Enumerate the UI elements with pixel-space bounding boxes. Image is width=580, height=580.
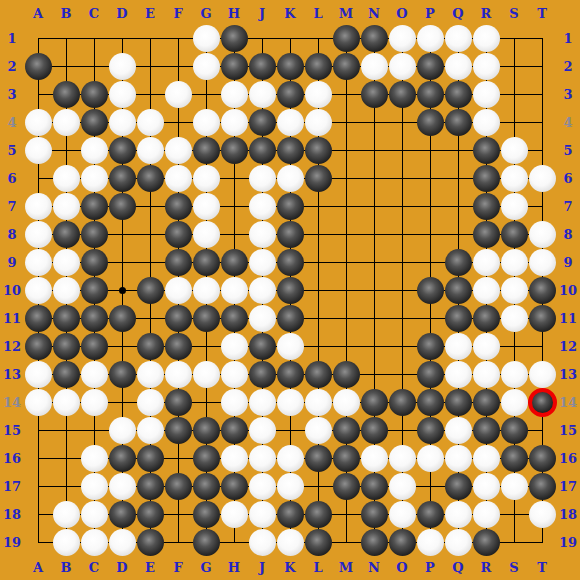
stone-black[interactable] — [53, 221, 80, 248]
stone-black[interactable] — [53, 333, 80, 360]
stone-black[interactable] — [165, 389, 192, 416]
stone-white[interactable] — [529, 361, 556, 388]
row-label-right: 5 — [563, 143, 572, 158]
column-label-bottom: N — [368, 560, 380, 575]
stone-white[interactable] — [193, 53, 220, 80]
stone-black[interactable] — [81, 277, 108, 304]
stone-black[interactable] — [193, 501, 220, 528]
stone-black[interactable] — [81, 305, 108, 332]
stone-black[interactable] — [473, 529, 500, 556]
stone-black[interactable] — [529, 473, 556, 500]
column-label-bottom: M — [339, 560, 353, 575]
stone-white[interactable] — [249, 193, 276, 220]
stone-black[interactable] — [249, 109, 276, 136]
stone-white[interactable] — [53, 389, 80, 416]
column-label-top: E — [145, 6, 155, 21]
stone-black[interactable] — [305, 529, 332, 556]
stone-white[interactable] — [25, 389, 52, 416]
stone-black[interactable] — [529, 305, 556, 332]
stone-black[interactable] — [501, 221, 528, 248]
row-label-left: 2 — [7, 59, 16, 74]
column-label-top: T — [537, 6, 547, 21]
stone-white[interactable] — [53, 529, 80, 556]
stone-black[interactable] — [193, 445, 220, 472]
stone-white[interactable] — [417, 445, 444, 472]
stone-black[interactable] — [501, 445, 528, 472]
row-label-right: 15 — [559, 423, 577, 438]
column-label-bottom: T — [537, 560, 547, 575]
stone-black[interactable] — [529, 445, 556, 472]
column-label-bottom: F — [173, 560, 182, 575]
stone-white[interactable] — [53, 277, 80, 304]
stone-white[interactable] — [137, 417, 164, 444]
column-label-top: K — [284, 6, 295, 21]
stone-black-last-move[interactable] — [528, 388, 557, 417]
stone-white[interactable] — [81, 473, 108, 500]
stone-white[interactable] — [53, 249, 80, 276]
row-label-left: 6 — [7, 171, 16, 186]
stone-black[interactable] — [473, 137, 500, 164]
stone-black[interactable] — [333, 25, 360, 52]
stone-black[interactable] — [249, 137, 276, 164]
stone-black[interactable] — [137, 445, 164, 472]
stone-white[interactable] — [361, 53, 388, 80]
stone-white[interactable] — [193, 221, 220, 248]
stone-black[interactable] — [333, 53, 360, 80]
stone-white[interactable] — [501, 165, 528, 192]
stone-black[interactable] — [445, 81, 472, 108]
stone-white[interactable] — [529, 221, 556, 248]
stone-white[interactable] — [473, 249, 500, 276]
stone-white[interactable] — [501, 193, 528, 220]
stone-white[interactable] — [249, 81, 276, 108]
stone-black[interactable] — [165, 249, 192, 276]
row-label-right: 13 — [559, 367, 577, 382]
stone-white[interactable] — [249, 389, 276, 416]
row-label-right: 2 — [563, 59, 572, 74]
stone-white[interactable] — [305, 417, 332, 444]
stone-white[interactable] — [277, 445, 304, 472]
stone-black[interactable] — [417, 277, 444, 304]
stone-black[interactable] — [165, 333, 192, 360]
stone-black[interactable] — [25, 305, 52, 332]
stone-white[interactable] — [473, 53, 500, 80]
stone-white[interactable] — [473, 333, 500, 360]
stone-white[interactable] — [109, 529, 136, 556]
column-label-bottom: D — [116, 560, 127, 575]
go-board[interactable]: AABBCCDDEEFFGGHHJJKKLLMMNNOOPPQQRRSSTT11… — [0, 0, 580, 580]
stone-black[interactable] — [109, 501, 136, 528]
column-label-bottom: Q — [452, 560, 463, 575]
stone-black[interactable] — [109, 165, 136, 192]
stone-white[interactable] — [473, 501, 500, 528]
stone-white[interactable] — [109, 53, 136, 80]
stone-black[interactable] — [81, 193, 108, 220]
stone-white[interactable] — [221, 81, 248, 108]
row-label-right: 1 — [563, 31, 572, 46]
stone-white[interactable] — [137, 389, 164, 416]
stone-black[interactable] — [473, 389, 500, 416]
stone-black[interactable] — [137, 473, 164, 500]
stone-white[interactable] — [249, 221, 276, 248]
stone-white[interactable] — [305, 81, 332, 108]
column-label-bottom: P — [425, 560, 435, 575]
stone-black[interactable] — [473, 305, 500, 332]
stone-black[interactable] — [473, 221, 500, 248]
stone-black[interactable] — [221, 249, 248, 276]
stone-white[interactable] — [109, 81, 136, 108]
stone-white[interactable] — [193, 165, 220, 192]
stone-white[interactable] — [221, 389, 248, 416]
stone-black[interactable] — [417, 81, 444, 108]
stone-white[interactable] — [249, 529, 276, 556]
stone-black[interactable] — [361, 389, 388, 416]
row-label-right: 18 — [559, 507, 577, 522]
stone-white[interactable] — [53, 109, 80, 136]
stone-white[interactable] — [81, 445, 108, 472]
stone-white[interactable] — [501, 473, 528, 500]
stone-black[interactable] — [333, 417, 360, 444]
stone-black[interactable] — [165, 417, 192, 444]
column-label-bottom: C — [89, 560, 99, 575]
stone-black[interactable] — [305, 165, 332, 192]
stone-black[interactable] — [221, 305, 248, 332]
stone-black[interactable] — [361, 25, 388, 52]
stone-white[interactable] — [137, 361, 164, 388]
stone-white[interactable] — [221, 501, 248, 528]
stone-white[interactable] — [221, 445, 248, 472]
stone-white[interactable] — [305, 389, 332, 416]
stone-black[interactable] — [81, 333, 108, 360]
stone-black[interactable] — [165, 305, 192, 332]
stone-white[interactable] — [165, 81, 192, 108]
stone-black[interactable] — [81, 249, 108, 276]
stone-white[interactable] — [25, 137, 52, 164]
stone-white[interactable] — [529, 501, 556, 528]
stone-black[interactable] — [109, 361, 136, 388]
row-label-left: 1 — [7, 31, 16, 46]
stone-white[interactable] — [361, 445, 388, 472]
column-label-bottom: H — [228, 560, 240, 575]
stone-white[interactable] — [81, 165, 108, 192]
stone-black[interactable] — [445, 389, 472, 416]
stone-white[interactable] — [53, 193, 80, 220]
column-label-top: B — [61, 6, 72, 21]
stone-black[interactable] — [501, 417, 528, 444]
stone-white[interactable] — [445, 501, 472, 528]
stone-black[interactable] — [277, 81, 304, 108]
stone-black[interactable] — [109, 137, 136, 164]
stone-white[interactable] — [249, 501, 276, 528]
stone-black[interactable] — [53, 305, 80, 332]
stone-white[interactable] — [277, 165, 304, 192]
row-label-left: 10 — [3, 283, 21, 298]
row-label-left: 13 — [3, 367, 21, 382]
stone-white[interactable] — [473, 361, 500, 388]
stone-white[interactable] — [81, 137, 108, 164]
stone-white[interactable] — [137, 137, 164, 164]
stone-white[interactable] — [25, 249, 52, 276]
row-label-left: 3 — [7, 87, 16, 102]
row-label-left: 5 — [7, 143, 16, 158]
stone-black[interactable] — [361, 81, 388, 108]
stone-white[interactable] — [445, 417, 472, 444]
stone-white[interactable] — [473, 109, 500, 136]
stone-white[interactable] — [221, 109, 248, 136]
stone-black[interactable] — [389, 81, 416, 108]
stone-white[interactable] — [249, 445, 276, 472]
stone-black[interactable] — [305, 445, 332, 472]
stone-black[interactable] — [53, 361, 80, 388]
stone-white[interactable] — [249, 305, 276, 332]
stone-white[interactable] — [81, 361, 108, 388]
stone-black[interactable] — [473, 165, 500, 192]
stone-white[interactable] — [249, 165, 276, 192]
stone-white[interactable] — [389, 25, 416, 52]
stone-white[interactable] — [193, 361, 220, 388]
row-label-right: 6 — [563, 171, 572, 186]
stone-white[interactable] — [277, 109, 304, 136]
stone-white[interactable] — [473, 277, 500, 304]
stone-black[interactable] — [193, 473, 220, 500]
stone-white[interactable] — [109, 109, 136, 136]
stone-black[interactable] — [305, 501, 332, 528]
stone-black[interactable] — [529, 277, 556, 304]
stone-white[interactable] — [333, 389, 360, 416]
stone-black[interactable] — [81, 221, 108, 248]
column-label-top: M — [339, 6, 353, 21]
stone-black[interactable] — [249, 361, 276, 388]
row-label-right: 8 — [563, 227, 572, 242]
stone-white[interactable] — [53, 501, 80, 528]
stone-black[interactable] — [417, 333, 444, 360]
stone-white[interactable] — [501, 277, 528, 304]
stone-white[interactable] — [249, 473, 276, 500]
stone-black[interactable] — [277, 193, 304, 220]
stone-white[interactable] — [221, 277, 248, 304]
stone-black[interactable] — [137, 333, 164, 360]
stone-white[interactable] — [25, 193, 52, 220]
stone-white[interactable] — [165, 137, 192, 164]
stone-white[interactable] — [529, 249, 556, 276]
stone-white[interactable] — [137, 109, 164, 136]
stone-black[interactable] — [109, 305, 136, 332]
column-label-top: Q — [452, 6, 463, 21]
stone-black[interactable] — [277, 361, 304, 388]
row-label-right: 4 — [563, 115, 572, 130]
stone-white[interactable] — [389, 445, 416, 472]
stone-black[interactable] — [333, 445, 360, 472]
stone-black[interactable] — [305, 53, 332, 80]
row-label-right: 17 — [559, 479, 577, 494]
stone-white[interactable] — [109, 473, 136, 500]
stone-white[interactable] — [445, 529, 472, 556]
stone-white[interactable] — [165, 361, 192, 388]
stone-white[interactable] — [389, 501, 416, 528]
stone-black[interactable] — [137, 277, 164, 304]
row-label-left: 16 — [3, 451, 21, 466]
stone-white[interactable] — [277, 389, 304, 416]
column-label-top: C — [89, 6, 99, 21]
stone-white[interactable] — [249, 417, 276, 444]
stone-white[interactable] — [25, 277, 52, 304]
stone-white[interactable] — [25, 109, 52, 136]
row-label-right: 19 — [559, 535, 577, 550]
stone-black[interactable] — [417, 53, 444, 80]
stone-white[interactable] — [445, 25, 472, 52]
stone-black[interactable] — [417, 501, 444, 528]
stone-white[interactable] — [221, 361, 248, 388]
row-label-left: 15 — [3, 423, 21, 438]
stone-white[interactable] — [445, 445, 472, 472]
stone-white[interactable] — [81, 389, 108, 416]
row-label-right: 7 — [563, 199, 572, 214]
stone-black[interactable] — [193, 305, 220, 332]
stone-white[interactable] — [277, 529, 304, 556]
stone-white[interactable] — [501, 305, 528, 332]
stone-white[interactable] — [165, 277, 192, 304]
column-label-bottom: O — [396, 560, 407, 575]
row-label-left: 11 — [3, 311, 21, 326]
stone-black[interactable] — [109, 193, 136, 220]
stone-white[interactable] — [501, 249, 528, 276]
stone-black[interactable] — [137, 501, 164, 528]
stone-black[interactable] — [445, 305, 472, 332]
stone-white[interactable] — [165, 165, 192, 192]
stone-white[interactable] — [81, 501, 108, 528]
stone-black[interactable] — [473, 193, 500, 220]
stone-black[interactable] — [221, 137, 248, 164]
stone-white[interactable] — [305, 109, 332, 136]
stone-black[interactable] — [249, 333, 276, 360]
stone-black[interactable] — [417, 389, 444, 416]
stone-white[interactable] — [249, 277, 276, 304]
stone-white[interactable] — [277, 333, 304, 360]
stone-white[interactable] — [501, 389, 528, 416]
stone-black[interactable] — [445, 277, 472, 304]
stone-black[interactable] — [389, 389, 416, 416]
stone-black[interactable] — [221, 53, 248, 80]
stone-white[interactable] — [417, 25, 444, 52]
stone-black[interactable] — [361, 529, 388, 556]
stone-white[interactable] — [445, 333, 472, 360]
stone-black[interactable] — [25, 53, 52, 80]
stone-black[interactable] — [305, 361, 332, 388]
stone-black[interactable] — [277, 221, 304, 248]
stone-black[interactable] — [445, 473, 472, 500]
column-label-bottom: G — [200, 560, 211, 575]
stone-white[interactable] — [417, 529, 444, 556]
stone-black[interactable] — [277, 305, 304, 332]
stone-white[interactable] — [193, 109, 220, 136]
stone-black[interactable] — [361, 501, 388, 528]
stone-black[interactable] — [305, 137, 332, 164]
stone-white[interactable] — [389, 53, 416, 80]
stone-black[interactable] — [165, 473, 192, 500]
stone-black[interactable] — [81, 109, 108, 136]
row-label-left: 19 — [3, 535, 21, 550]
stone-white[interactable] — [109, 417, 136, 444]
stone-black[interactable] — [333, 361, 360, 388]
stone-black[interactable] — [417, 109, 444, 136]
stone-white[interactable] — [501, 361, 528, 388]
stone-black[interactable] — [277, 137, 304, 164]
stone-white[interactable] — [193, 277, 220, 304]
stone-white[interactable] — [277, 473, 304, 500]
stone-white[interactable] — [473, 445, 500, 472]
stone-black[interactable] — [165, 221, 192, 248]
row-label-left: 9 — [7, 255, 16, 270]
stone-white[interactable] — [445, 361, 472, 388]
stone-black[interactable] — [193, 417, 220, 444]
stone-black[interactable] — [109, 445, 136, 472]
stone-white[interactable] — [529, 165, 556, 192]
stone-black[interactable] — [445, 109, 472, 136]
column-label-top: L — [313, 6, 322, 21]
row-label-left: 7 — [7, 199, 16, 214]
stone-white[interactable] — [389, 473, 416, 500]
stone-white[interactable] — [25, 361, 52, 388]
stone-white[interactable] — [193, 25, 220, 52]
stone-white[interactable] — [249, 249, 276, 276]
stone-black[interactable] — [361, 417, 388, 444]
stone-white[interactable] — [473, 81, 500, 108]
stone-black[interactable] — [165, 193, 192, 220]
stone-black[interactable] — [193, 529, 220, 556]
stone-white[interactable] — [501, 137, 528, 164]
row-label-right: 9 — [563, 255, 572, 270]
column-label-bottom: L — [313, 560, 322, 575]
column-label-top: H — [228, 6, 240, 21]
stone-white[interactable] — [445, 53, 472, 80]
stone-black[interactable] — [221, 473, 248, 500]
stone-black[interactable] — [249, 53, 276, 80]
stone-black[interactable] — [361, 473, 388, 500]
stone-black[interactable] — [25, 333, 52, 360]
row-label-left: 8 — [7, 227, 16, 242]
stone-black[interactable] — [333, 473, 360, 500]
row-label-left: 17 — [3, 479, 21, 494]
stone-white[interactable] — [53, 165, 80, 192]
stone-white[interactable] — [473, 25, 500, 52]
stone-white[interactable] — [81, 529, 108, 556]
stone-white[interactable] — [473, 473, 500, 500]
stone-black[interactable] — [277, 501, 304, 528]
stone-black[interactable] — [473, 417, 500, 444]
stone-black[interactable] — [221, 25, 248, 52]
stone-black[interactable] — [137, 165, 164, 192]
stone-black[interactable] — [221, 417, 248, 444]
column-label-top: R — [481, 6, 492, 21]
stone-white[interactable] — [193, 193, 220, 220]
stone-white[interactable] — [221, 333, 248, 360]
stone-black[interactable] — [193, 137, 220, 164]
column-label-top: S — [509, 6, 518, 21]
stone-black[interactable] — [81, 81, 108, 108]
column-label-bottom: K — [284, 560, 295, 575]
stone-black[interactable] — [417, 361, 444, 388]
stone-black[interactable] — [277, 249, 304, 276]
stone-black[interactable] — [277, 53, 304, 80]
stone-black[interactable] — [53, 81, 80, 108]
stone-white[interactable] — [25, 221, 52, 248]
stone-black[interactable] — [277, 277, 304, 304]
stone-black[interactable] — [445, 249, 472, 276]
stone-black[interactable] — [193, 249, 220, 276]
stone-black[interactable] — [417, 417, 444, 444]
stone-black[interactable] — [389, 529, 416, 556]
stone-black[interactable] — [137, 529, 164, 556]
